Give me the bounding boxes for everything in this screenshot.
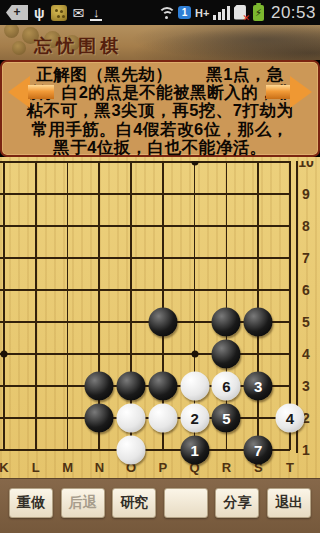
- white-stone-O2: [117, 404, 146, 433]
- black-stone-R4: [212, 340, 241, 369]
- coordinate-number-6: 6: [302, 282, 310, 298]
- go-board-grid-area: KLMNOPQRST109876543211234567: [0, 161, 320, 478]
- star-point-K4: [1, 351, 8, 358]
- board-intersection-S7[interactable]: [242, 242, 274, 274]
- research-button[interactable]: 研究: [112, 488, 156, 518]
- board-intersection-T5[interactable]: [274, 306, 306, 338]
- board-intersection-L2[interactable]: [20, 402, 52, 434]
- board-intersection-K2[interactable]: [0, 402, 20, 434]
- header-banner: 忘忧围棋: [0, 25, 320, 60]
- board-intersection-K9[interactable]: [0, 178, 20, 210]
- board-intersection-P10[interactable]: [147, 161, 179, 178]
- coordinate-letter-M: M: [62, 460, 73, 475]
- black-stone-R5: [212, 308, 241, 337]
- board-intersection-N4[interactable]: [83, 338, 115, 370]
- white-stone-Q3: [180, 372, 209, 401]
- board-intersection-M2[interactable]: [52, 402, 84, 434]
- board-intersection-K5[interactable]: [0, 306, 20, 338]
- black-stone-N3: [85, 372, 114, 401]
- board-intersection-M4[interactable]: [52, 338, 84, 370]
- board-intersection-T4[interactable]: [274, 338, 306, 370]
- coordinate-letter-N: N: [95, 460, 104, 475]
- network-type-label: H+: [195, 7, 209, 19]
- ink-painting-art: [130, 25, 320, 60]
- board-intersection-M7[interactable]: [52, 242, 84, 274]
- board-intersection-M5[interactable]: [52, 306, 84, 338]
- coordinate-letter-R: R: [222, 460, 231, 475]
- black-stone-S3-move-3: 3: [244, 372, 273, 401]
- board-intersection-P6[interactable]: [147, 274, 179, 306]
- board-intersection-P8[interactable]: [147, 210, 179, 242]
- board-intersection-O5[interactable]: [115, 306, 147, 338]
- board-intersection-O8[interactable]: [115, 210, 147, 242]
- board-intersection-S9[interactable]: [242, 178, 274, 210]
- board-intersection-N9[interactable]: [83, 178, 115, 210]
- usb-icon: ψ: [34, 5, 45, 21]
- board-intersection-O9[interactable]: [115, 178, 147, 210]
- white-stone-O1: [117, 436, 146, 465]
- black-stone-R2-move-5: 5: [212, 404, 241, 433]
- signal-bars-icon: [213, 6, 230, 20]
- white-stone-T2-move-4: 4: [276, 404, 305, 433]
- mail-icon: ✉: [73, 5, 85, 21]
- board-intersection-S2[interactable]: [242, 402, 274, 434]
- obscured-button[interactable]: [164, 488, 208, 518]
- board-intersection-S8[interactable]: [242, 210, 274, 242]
- board-intersection-S10[interactable]: [242, 161, 274, 178]
- bottom-toolbar: 重做 后退 研究 分享 退出 M 今今贷游戏 JINDAI GAME: [0, 478, 320, 533]
- board-intersection-S6[interactable]: [242, 274, 274, 306]
- board-intersection-K8[interactable]: [0, 210, 20, 242]
- app-title: 忘忧围棋: [34, 34, 122, 58]
- coordinate-number-8: 8: [302, 218, 310, 234]
- white-stone-R3-move-6: 6: [212, 372, 241, 401]
- board-intersection-N8[interactable]: [83, 210, 115, 242]
- tag-plus-icon: +: [6, 5, 28, 20]
- black-stone-Q1-move-1: 1: [180, 436, 209, 465]
- redo-button[interactable]: 重做: [9, 488, 53, 518]
- board-intersection-L3[interactable]: [20, 370, 52, 402]
- white-stone-Q2-move-2: 2: [180, 404, 209, 433]
- board-intersection-P7[interactable]: [147, 242, 179, 274]
- board-intersection-L4[interactable]: [20, 338, 52, 370]
- board-intersection-M8[interactable]: [52, 210, 84, 242]
- undo-button[interactable]: 后退: [61, 488, 105, 518]
- board-intersection-N5[interactable]: [83, 306, 115, 338]
- coordinate-number-1: 1: [302, 442, 310, 458]
- battery-charging-icon: ⚡: [253, 5, 264, 21]
- status-bar: + ψ ✉ ↓ 1 H+ ✕ ⚡ 20:53: [0, 0, 320, 25]
- prev-diagram-arrow-button[interactable]: [8, 74, 56, 110]
- board-intersection-K6[interactable]: [0, 274, 20, 306]
- board-intersection-T9[interactable]: [274, 178, 306, 210]
- board-intersection-Q8[interactable]: [179, 210, 211, 242]
- board-intersection-T7[interactable]: [274, 242, 306, 274]
- board-intersection-T8[interactable]: [274, 210, 306, 242]
- board-intersection-M10[interactable]: [52, 161, 84, 178]
- coordinate-number-10: 10: [298, 161, 314, 170]
- wifi-icon: [158, 7, 174, 19]
- board-intersection-P4[interactable]: [147, 338, 179, 370]
- coordinate-letter-K: K: [0, 460, 9, 475]
- board-intersection-R7[interactable]: [210, 242, 242, 274]
- black-stone-S1-move-7: 7: [244, 436, 273, 465]
- black-stone-O3: [117, 372, 146, 401]
- board-intersection-R8[interactable]: [210, 210, 242, 242]
- coordinate-letter-L: L: [32, 460, 40, 475]
- coordinate-number-7: 7: [302, 250, 310, 266]
- board-intersection-Q6[interactable]: [179, 274, 211, 306]
- board-intersection-L9[interactable]: [20, 178, 52, 210]
- notification-count-badge: 1: [178, 6, 191, 19]
- gold-app-icon: [51, 5, 67, 21]
- board-intersection-Q5[interactable]: [179, 306, 211, 338]
- clock: 20:53: [271, 3, 316, 23]
- board-intersection-O4[interactable]: [115, 338, 147, 370]
- board-intersection-M6[interactable]: [52, 274, 84, 306]
- board-intersection-R6[interactable]: [210, 274, 242, 306]
- star-point-Q4: [191, 351, 198, 358]
- exit-button[interactable]: 退出: [267, 488, 311, 518]
- board-intersection-N7[interactable]: [83, 242, 115, 274]
- board-intersection-K7[interactable]: [0, 242, 20, 274]
- coordinate-number-4: 4: [302, 346, 310, 362]
- sim-error-icon: ✕: [234, 5, 249, 21]
- board-intersection-P9[interactable]: [147, 178, 179, 210]
- white-stone-P2: [148, 404, 177, 433]
- board-intersection-L6[interactable]: [20, 274, 52, 306]
- coordinate-letter-T: T: [286, 460, 294, 475]
- board-intersection-T6[interactable]: [274, 274, 306, 306]
- coordinate-letter-P: P: [159, 460, 168, 475]
- board-intersection-O6[interactable]: [115, 274, 147, 306]
- board-intersection-L5[interactable]: [20, 306, 52, 338]
- black-stone-P3: [148, 372, 177, 401]
- board-intersection-L7[interactable]: [20, 242, 52, 274]
- board-intersection-M9[interactable]: [52, 178, 84, 210]
- board-intersection-K10[interactable]: [0, 161, 20, 178]
- board-intersection-T3[interactable]: [274, 370, 306, 402]
- board-intersection-K3[interactable]: [0, 370, 20, 402]
- coordinate-number-3: 3: [302, 378, 310, 394]
- board-intersection-N6[interactable]: [83, 274, 115, 306]
- arrow-left-icon: [8, 76, 30, 108]
- black-stone-P5: [148, 308, 177, 337]
- next-diagram-arrow-button[interactable]: [264, 74, 312, 110]
- board-intersection-R10[interactable]: [210, 161, 242, 178]
- board-intersection-O7[interactable]: [115, 242, 147, 274]
- board-intersection-Q9[interactable]: [179, 178, 211, 210]
- coordinate-number-5: 5: [302, 314, 310, 330]
- board-intersection-L8[interactable]: [20, 210, 52, 242]
- board-intersection-L10[interactable]: [20, 161, 52, 178]
- board-intersection-Q7[interactable]: [179, 242, 211, 274]
- share-button[interactable]: 分享: [215, 488, 259, 518]
- coordinate-number-9: 9: [302, 186, 310, 202]
- download-icon: ↓: [90, 5, 102, 21]
- board-intersection-S4[interactable]: [242, 338, 274, 370]
- arrow-right-icon: [290, 76, 312, 108]
- board-intersection-M3[interactable]: [52, 370, 84, 402]
- black-stone-S5: [244, 308, 273, 337]
- black-stone-N2: [85, 404, 114, 433]
- board-intersection-N10[interactable]: [83, 161, 115, 178]
- board-intersection-O10[interactable]: [115, 161, 147, 178]
- board-intersection-R9[interactable]: [210, 178, 242, 210]
- go-board: KLMNOPQRST109876543211234567: [0, 157, 320, 478]
